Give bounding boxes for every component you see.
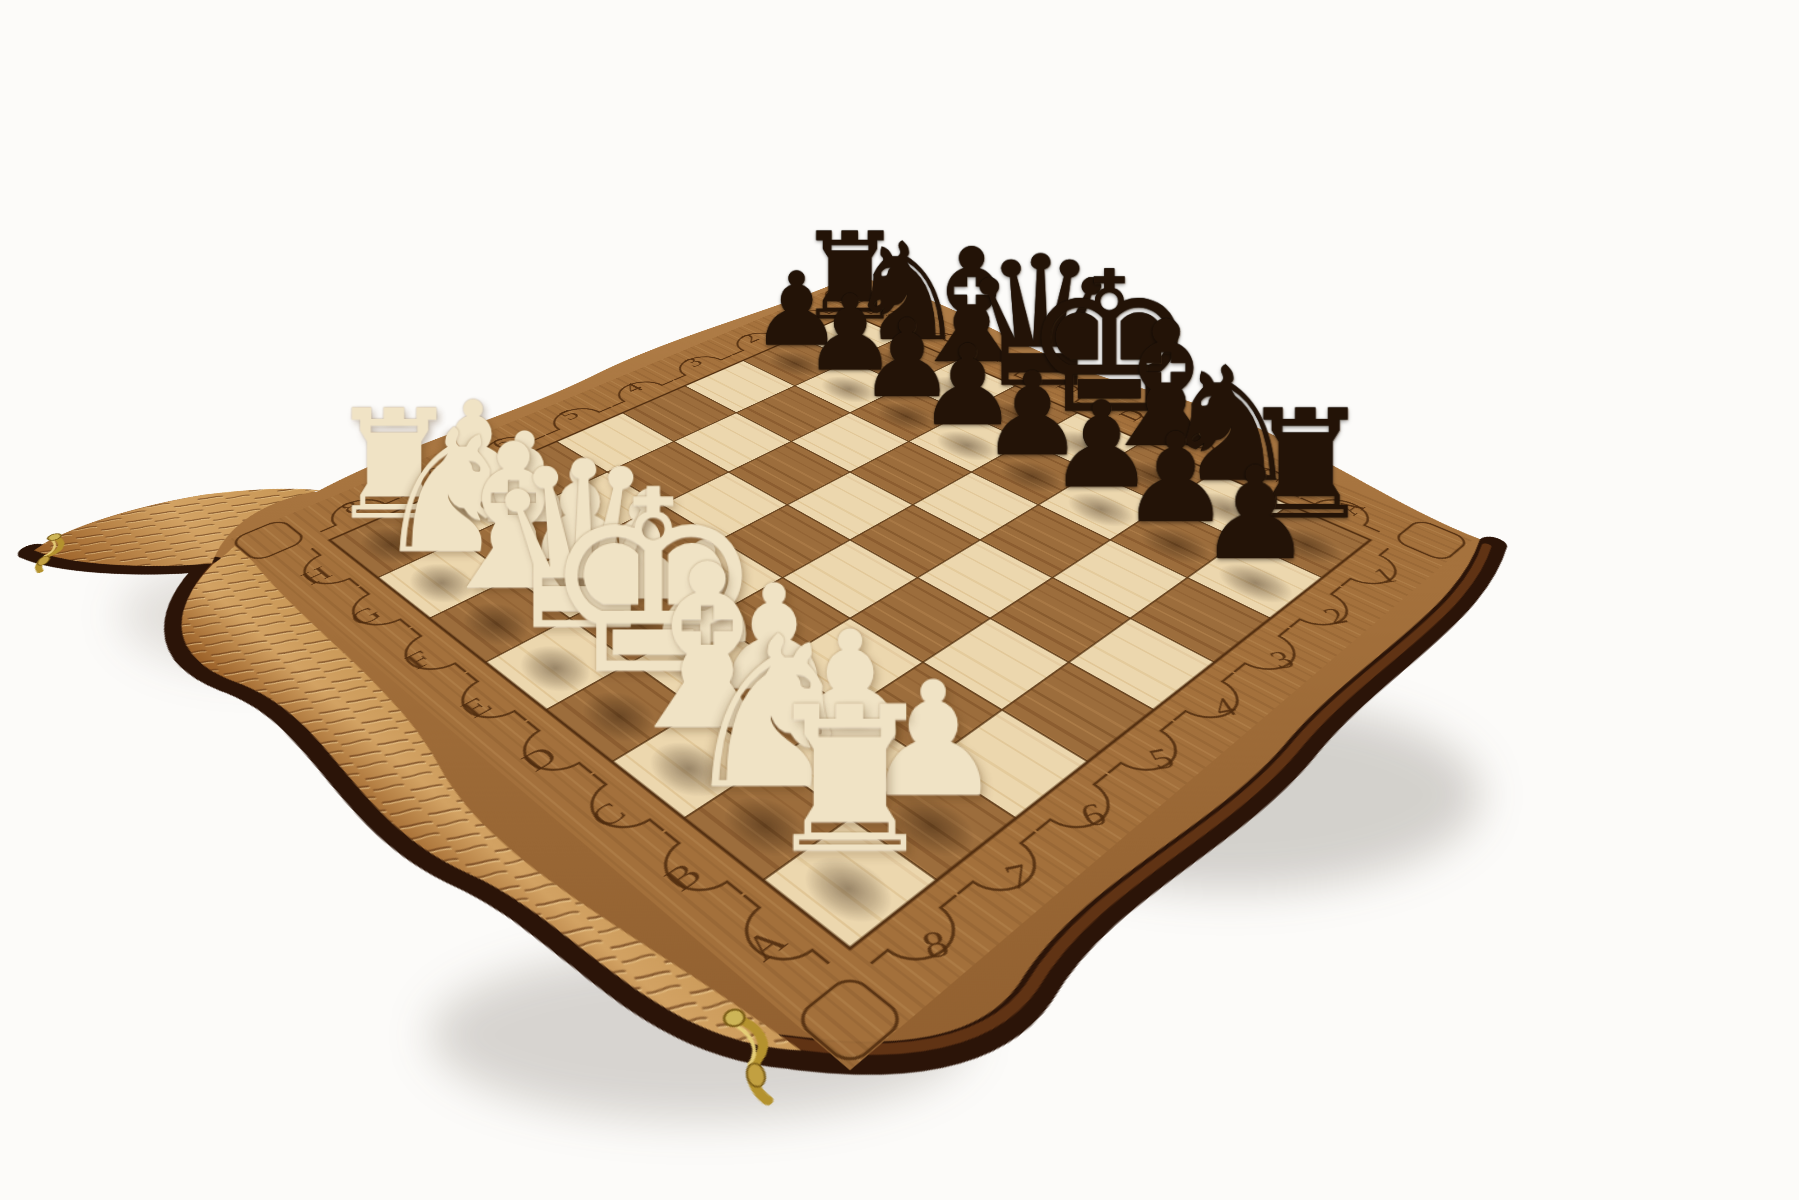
- white-rook-glyph: ♜: [760, 680, 940, 881]
- black-pawn-glyph: ♟: [1197, 449, 1312, 578]
- chess-board: HH11GG22FF33EE44DD55CC66BB77AA88: [1, 217, 1698, 1200]
- piece-white-rook[interactable]: ♜: [756, 680, 943, 881]
- photo-canvas: HH11GG22FF33EE44DD55CC66BB77AA88: [0, 0, 1799, 1200]
- scene: HH11GG22FF33EE44DD55CC66BB77AA88: [0, 0, 1799, 1200]
- piece-black-pawn[interactable]: ♟: [1182, 449, 1327, 578]
